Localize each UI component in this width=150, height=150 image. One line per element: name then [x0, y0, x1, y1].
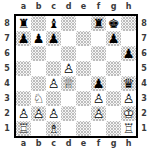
rank-label-right-5: 5	[139, 61, 149, 76]
piece-glyph: ♔	[121, 106, 136, 121]
piece-glyph: ♜	[91, 16, 106, 31]
square-h6[interactable]: ♟	[121, 46, 136, 61]
piece-glyph: ♗	[46, 121, 61, 136]
square-h7[interactable]	[121, 31, 136, 46]
file-label-top-c: c	[46, 1, 61, 13]
square-b4[interactable]	[31, 76, 46, 91]
piece-glyph: ♖	[121, 121, 136, 136]
square-f8[interactable]: ♜	[91, 16, 106, 31]
square-d7[interactable]	[61, 31, 76, 46]
square-a1[interactable]: ♜♖	[16, 121, 31, 136]
square-f7[interactable]	[91, 31, 106, 46]
piece-black-pawn-f4: ♟	[91, 76, 106, 91]
square-d8[interactable]	[61, 16, 76, 31]
piece-glyph: ♙	[46, 76, 61, 91]
square-c8[interactable]: ♝	[46, 16, 61, 31]
square-f2[interactable]: ♟♙	[91, 106, 106, 121]
square-c2[interactable]: ♟♙	[46, 106, 61, 121]
piece-glyph: ♛	[121, 76, 136, 91]
piece-white-pawn-f3: ♟♙	[91, 91, 106, 106]
square-f4[interactable]: ♟	[91, 76, 106, 91]
square-b5[interactable]	[31, 61, 46, 76]
square-f6[interactable]	[91, 46, 106, 61]
piece-white-bishop-c1: ♝♗	[46, 121, 61, 136]
square-b7[interactable]: ♟	[31, 31, 46, 46]
square-a3[interactable]	[16, 91, 31, 106]
piece-glyph: ♟	[16, 31, 31, 46]
piece-white-rook-h1: ♜♖	[121, 121, 136, 136]
square-g7[interactable]: ♟	[106, 31, 121, 46]
piece-glyph: ♘	[31, 91, 46, 106]
rank-label-left-3: 3	[2, 91, 12, 106]
square-e4[interactable]	[76, 76, 91, 91]
square-e7[interactable]	[76, 31, 91, 46]
square-a2[interactable]: ♟♙	[16, 106, 31, 121]
square-e2[interactable]	[76, 106, 91, 121]
square-a6[interactable]	[16, 46, 31, 61]
square-d1[interactable]	[61, 121, 76, 136]
square-h2[interactable]: ♚♔	[121, 106, 136, 121]
square-d4[interactable]: ♛♕	[61, 76, 76, 91]
chess-diagram: abcdefgh abcdefgh 87654321 87654321 ♜♝♜♚…	[0, 0, 150, 150]
square-b1[interactable]	[31, 121, 46, 136]
square-g4[interactable]	[106, 76, 121, 91]
square-c5[interactable]	[46, 61, 61, 76]
square-b2[interactable]: ♟♙	[31, 106, 46, 121]
square-h4[interactable]: ♛	[121, 76, 136, 91]
piece-white-pawn-c4: ♟♙	[46, 76, 61, 91]
square-a5[interactable]	[16, 61, 31, 76]
rank-label-left-2: 2	[2, 106, 12, 121]
piece-white-queen-d4: ♛♕	[61, 76, 76, 91]
file-label-top-g: g	[106, 1, 121, 13]
rank-label-right-1: 1	[139, 121, 149, 136]
piece-glyph: ♚	[106, 16, 121, 31]
rank-label-left-7: 7	[2, 31, 12, 46]
square-e8[interactable]	[76, 16, 91, 31]
square-d2[interactable]	[61, 106, 76, 121]
square-d3[interactable]	[61, 91, 76, 106]
square-a4[interactable]	[16, 76, 31, 91]
rank-label-right-2: 2	[139, 106, 149, 121]
rank-label-left-4: 4	[2, 76, 12, 91]
piece-black-pawn-h6: ♟	[121, 46, 136, 61]
file-label-top-h: h	[121, 1, 136, 13]
piece-black-pawn-b7: ♟	[31, 31, 46, 46]
square-e1[interactable]	[76, 121, 91, 136]
piece-white-king-h2: ♚♔	[121, 106, 136, 121]
square-g5[interactable]	[106, 61, 121, 76]
piece-glyph: ♙	[16, 106, 31, 121]
square-c4[interactable]: ♟♙	[46, 76, 61, 91]
file-label-top-e: e	[76, 1, 91, 13]
square-h5[interactable]	[121, 61, 136, 76]
square-c7[interactable]: ♟	[46, 31, 61, 46]
rank-label-left-5: 5	[2, 61, 12, 76]
piece-glyph: ♜	[16, 16, 31, 31]
square-a8[interactable]: ♜	[16, 16, 31, 31]
file-label-bottom-b: b	[31, 138, 46, 150]
piece-black-rook-f8: ♜	[91, 16, 106, 31]
file-label-bottom-h: h	[121, 138, 136, 150]
piece-white-knight-b3: ♞♘	[31, 91, 46, 106]
square-e6[interactable]	[76, 46, 91, 61]
square-b3[interactable]: ♞♘	[31, 91, 46, 106]
rank-label-right-6: 6	[139, 46, 149, 61]
piece-black-pawn-c7: ♟	[46, 31, 61, 46]
rank-label-right-4: 4	[139, 76, 149, 91]
square-a7[interactable]: ♟	[16, 31, 31, 46]
square-b6[interactable]	[31, 46, 46, 61]
piece-black-pawn-g7: ♟	[106, 31, 121, 46]
file-label-bottom-a: a	[16, 138, 31, 150]
piece-glyph: ♙	[121, 91, 136, 106]
square-g6[interactable]	[106, 46, 121, 61]
file-label-top-f: f	[91, 1, 106, 13]
square-c1[interactable]: ♝♗	[46, 121, 61, 136]
square-g3[interactable]	[106, 91, 121, 106]
rank-label-right-3: 3	[139, 91, 149, 106]
rank-label-left-8: 8	[2, 16, 12, 31]
piece-black-bishop-c8: ♝	[46, 16, 61, 31]
square-e5[interactable]	[76, 61, 91, 76]
rank-label-left-6: 6	[2, 46, 12, 61]
piece-white-pawn-c2: ♟♙	[46, 106, 61, 121]
piece-black-king-g8: ♚	[106, 16, 121, 31]
piece-white-pawn-h3: ♟♙	[121, 91, 136, 106]
file-label-top-b: b	[31, 1, 46, 13]
square-g8[interactable]: ♚	[106, 16, 121, 31]
piece-glyph: ♝	[46, 16, 61, 31]
file-label-top-d: d	[61, 1, 76, 13]
piece-white-pawn-b2: ♟♙	[31, 106, 46, 121]
piece-glyph: ♟	[106, 31, 121, 46]
file-label-bottom-e: e	[76, 138, 91, 150]
chess-board: ♜♝♜♚♟♟♟♟♟♟♙♟♙♛♕♟♛♞♘♟♙♟♙♟♙♟♙♟♙♟♙♚♔♜♖♝♗♜♖	[14, 14, 138, 138]
file-label-top-a: a	[16, 1, 31, 13]
piece-black-rook-a8: ♜	[16, 16, 31, 31]
piece-glyph: ♙	[31, 106, 46, 121]
square-c3[interactable]	[46, 91, 61, 106]
file-label-bottom-f: f	[91, 138, 106, 150]
piece-glyph: ♟	[121, 46, 136, 61]
square-c6[interactable]	[46, 46, 61, 61]
square-f3[interactable]: ♟♙	[91, 91, 106, 106]
square-f1[interactable]	[91, 121, 106, 136]
piece-glyph: ♙	[91, 91, 106, 106]
piece-glyph: ♙	[61, 61, 76, 76]
piece-black-queen-h4: ♛	[121, 76, 136, 91]
square-f5[interactable]	[91, 61, 106, 76]
square-e3[interactable]	[76, 91, 91, 106]
piece-glyph: ♙	[91, 106, 106, 121]
piece-black-pawn-a7: ♟	[16, 31, 31, 46]
piece-white-pawn-d5: ♟♙	[61, 61, 76, 76]
square-h8[interactable]	[121, 16, 136, 31]
square-g1[interactable]	[106, 121, 121, 136]
rank-label-right-8: 8	[139, 16, 149, 31]
piece-white-rook-a1: ♜♖	[16, 121, 31, 136]
square-b8[interactable]	[31, 16, 46, 31]
file-label-bottom-c: c	[46, 138, 61, 150]
rank-label-left-1: 1	[2, 121, 12, 136]
piece-glyph: ♖	[16, 121, 31, 136]
piece-glyph: ♙	[46, 106, 61, 121]
file-label-bottom-d: d	[61, 138, 76, 150]
square-d5[interactable]: ♟♙	[61, 61, 76, 76]
piece-glyph: ♟	[46, 31, 61, 46]
piece-white-pawn-a2: ♟♙	[16, 106, 31, 121]
square-h3[interactable]: ♟♙	[121, 91, 136, 106]
piece-white-pawn-f2: ♟♙	[91, 106, 106, 121]
file-label-bottom-g: g	[106, 138, 121, 150]
rank-label-right-7: 7	[139, 31, 149, 46]
square-g2[interactable]	[106, 106, 121, 121]
piece-glyph: ♟	[91, 76, 106, 91]
piece-glyph: ♕	[61, 76, 76, 91]
square-d6[interactable]	[61, 46, 76, 61]
square-h1[interactable]: ♜♖	[121, 121, 136, 136]
piece-glyph: ♟	[31, 31, 46, 46]
